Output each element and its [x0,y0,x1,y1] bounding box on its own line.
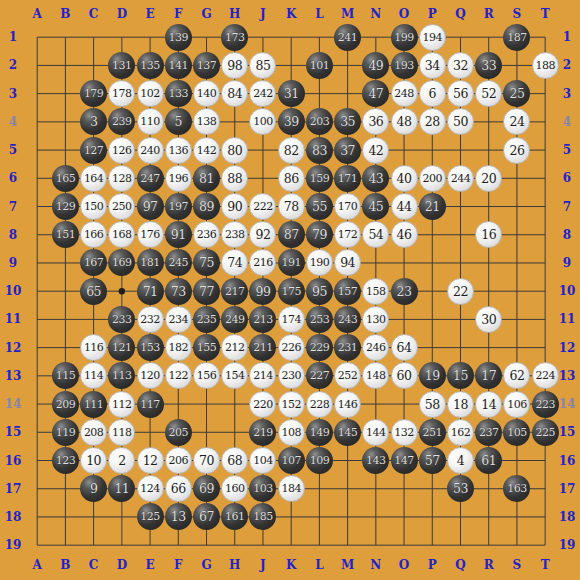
move-number: 253 [310,313,330,326]
stone-F12[interactable]: 182 [165,334,192,361]
move-number: 138 [197,115,217,128]
move-number: 34 [425,58,440,73]
move-number: 230 [281,369,301,382]
col-label-top-K: K [286,8,296,20]
stone-O2[interactable]: 193 [391,52,418,79]
move-number: 225 [535,426,555,439]
stone-F15[interactable]: 205 [165,419,192,446]
col-label-top-D: D [117,8,127,20]
move-number: 191 [281,256,301,269]
stone-K14[interactable]: 152 [278,391,305,418]
stone-E9[interactable]: 181 [137,249,164,276]
stone-G2[interactable]: 137 [193,52,220,79]
stone-K10[interactable]: 175 [278,278,305,305]
stone-L10[interactable]: 95 [306,278,333,305]
stone-T15[interactable]: 225 [532,419,559,446]
move-number: 127 [84,144,104,157]
move-number: 213 [253,313,273,326]
move-number: 153 [140,341,160,354]
move-number: 104 [253,454,273,467]
stone-K16[interactable]: 107 [278,447,305,474]
stone-P4[interactable]: 28 [419,108,446,135]
stone-E13[interactable]: 120 [137,362,164,389]
row-label-right-3: 3 [563,88,571,100]
stone-R6[interactable]: 20 [475,165,502,192]
move-number: 106 [507,398,527,411]
stone-B15[interactable]: 119 [52,419,79,446]
stone-E4[interactable]: 110 [137,108,164,135]
stone-M6[interactable]: 171 [334,165,361,192]
move-number: 83 [312,143,327,158]
stone-E3[interactable]: 102 [137,80,164,107]
move-number: 164 [84,172,104,185]
move-number: 159 [310,172,330,185]
stone-F11[interactable]: 234 [165,306,192,333]
move-number: 31 [284,86,299,101]
stone-B14[interactable]: 209 [52,391,79,418]
move-number: 242 [253,87,273,100]
stone-J14[interactable]: 220 [249,391,276,418]
stone-F2[interactable]: 141 [165,52,192,79]
stone-O12[interactable]: 64 [391,334,418,361]
move-number: 181 [140,256,160,269]
move-number: 170 [338,200,358,213]
move-number: 40 [397,171,412,186]
move-number: 65 [86,284,101,299]
stone-P16[interactable]: 57 [419,447,446,474]
move-number: 141 [169,59,189,72]
stone-S5[interactable]: 26 [503,137,530,164]
row-label-right-15: 15 [559,426,576,438]
move-number: 16 [481,227,496,242]
stone-Q15[interactable]: 162 [447,419,474,446]
stone-K15[interactable]: 108 [278,419,305,446]
stone-G5[interactable]: 142 [193,137,220,164]
move-number: 209 [56,398,76,411]
move-number: 142 [197,144,217,157]
stone-D6[interactable]: 128 [108,165,135,192]
col-label-bottom-G: G [201,559,211,571]
stone-K6[interactable]: 86 [278,165,305,192]
stone-C7[interactable]: 150 [80,193,107,220]
stone-C6[interactable]: 164 [80,165,107,192]
row-label-left-6: 6 [9,172,17,184]
stone-M14[interactable]: 146 [334,391,361,418]
stone-K3[interactable]: 31 [278,80,305,107]
move-number: 146 [338,398,358,411]
move-number: 219 [253,426,273,439]
stone-C5[interactable]: 127 [80,137,107,164]
stone-R2[interactable]: 33 [475,52,502,79]
stone-F17[interactable]: 66 [165,475,192,502]
move-number: 12 [143,453,158,468]
stone-N10[interactable]: 158 [362,278,389,305]
move-number: 110 [140,115,160,128]
stone-N6[interactable]: 43 [362,165,389,192]
stone-K17[interactable]: 184 [278,475,305,502]
row-label-left-5: 5 [9,144,17,156]
stone-F4[interactable]: 5 [165,108,192,135]
stone-H11[interactable]: 249 [221,306,248,333]
move-number: 53 [453,481,468,496]
move-number: 36 [368,114,383,129]
row-label-right-1: 1 [563,31,571,43]
stone-Q10[interactable]: 22 [447,278,474,305]
stone-F16[interactable]: 206 [165,447,192,474]
stone-J10[interactable]: 99 [249,278,276,305]
stone-D14[interactable]: 112 [108,391,135,418]
move-number: 233 [112,313,132,326]
move-number: 68 [227,453,242,468]
stone-E11[interactable]: 232 [137,306,164,333]
stone-K13[interactable]: 230 [278,362,305,389]
move-number: 227 [310,369,330,382]
stone-P13[interactable]: 19 [419,362,446,389]
stone-L14[interactable]: 228 [306,391,333,418]
stone-K8[interactable]: 87 [278,221,305,248]
stone-F5[interactable]: 136 [165,137,192,164]
move-number: 182 [169,341,189,354]
move-number: 14 [481,397,496,412]
stone-R15[interactable]: 237 [475,419,502,446]
move-number: 67 [199,509,214,524]
stone-C14[interactable]: 111 [80,391,107,418]
stone-Q3[interactable]: 56 [447,80,474,107]
row-label-right-11: 11 [559,313,576,325]
stone-O7[interactable]: 44 [391,193,418,220]
move-number: 172 [338,228,358,241]
move-number: 52 [481,86,496,101]
col-label-bottom-P: P [428,559,437,571]
stone-E17[interactable]: 124 [137,475,164,502]
move-number: 114 [84,369,104,382]
stone-E14[interactable]: 117 [137,391,164,418]
move-number: 111 [84,398,104,411]
move-number: 223 [535,398,555,411]
stone-M1[interactable]: 241 [334,24,361,51]
row-label-left-14: 14 [5,398,22,410]
move-number: 246 [366,341,386,354]
stone-E2[interactable]: 135 [137,52,164,79]
move-number: 133 [169,87,189,100]
col-label-bottom-T: T [541,559,550,571]
row-label-right-13: 13 [559,370,576,382]
move-number: 152 [281,398,301,411]
stone-E7[interactable]: 97 [137,193,164,220]
stone-Q16[interactable]: 4 [447,447,474,474]
stone-H5[interactable]: 80 [221,137,248,164]
move-number: 196 [169,172,189,185]
stone-S1[interactable]: 187 [503,24,530,51]
move-number: 109 [310,454,330,467]
stone-L11[interactable]: 253 [306,306,333,333]
row-label-right-12: 12 [559,342,576,354]
row-label-right-18: 18 [559,511,576,523]
stone-P14[interactable]: 58 [419,391,446,418]
stone-Q6[interactable]: 244 [447,165,474,192]
stone-E16[interactable]: 12 [137,447,164,474]
move-number: 217 [225,285,245,298]
move-number: 236 [197,228,217,241]
col-label-bottom-Q: Q [455,559,465,571]
stone-F13[interactable]: 122 [165,362,192,389]
stone-T13[interactable]: 224 [532,362,559,389]
stone-E10[interactable]: 71 [137,278,164,305]
move-number: 98 [227,58,242,73]
move-number: 26 [509,143,524,158]
row-label-left-3: 3 [9,88,17,100]
stone-B6[interactable]: 165 [52,165,79,192]
stone-G10[interactable]: 77 [193,278,220,305]
stone-E6[interactable]: 247 [137,165,164,192]
stone-C15[interactable]: 208 [80,419,107,446]
stone-M15[interactable]: 145 [334,419,361,446]
move-number: 166 [84,228,104,241]
stone-B8[interactable]: 151 [52,221,79,248]
move-number: 151 [56,228,76,241]
stone-P2[interactable]: 34 [419,52,446,79]
col-label-top-B: B [60,8,70,20]
stone-F3[interactable]: 133 [165,80,192,107]
stone-M7[interactable]: 170 [334,193,361,220]
move-number: 211 [253,341,273,354]
move-number: 19 [425,368,440,383]
stone-T14[interactable]: 223 [532,391,559,418]
row-label-left-13: 13 [5,370,22,382]
col-label-bottom-H: H [229,559,240,571]
stone-H10[interactable]: 217 [221,278,248,305]
move-number: 247 [140,172,160,185]
move-number: 123 [56,454,76,467]
stone-P7[interactable]: 21 [419,193,446,220]
stone-O13[interactable]: 60 [391,362,418,389]
stone-L6[interactable]: 159 [306,165,333,192]
go-board[interactable]: AABBCCDDEEFFGGHHJJKKLLMMNNOOPPQQRRSSTT11… [0,0,580,580]
move-number: 85 [256,58,271,73]
move-number: 39 [284,114,299,129]
move-number: 248 [394,87,414,100]
stone-K9[interactable]: 191 [278,249,305,276]
move-number: 108 [281,426,301,439]
stone-E5[interactable]: 240 [137,137,164,164]
move-number: 75 [199,255,214,270]
move-number: 42 [368,143,383,158]
row-label-right-4: 4 [563,116,571,128]
move-number: 150 [84,200,104,213]
move-number: 37 [340,143,355,158]
stone-O8[interactable]: 46 [391,221,418,248]
stone-L15[interactable]: 149 [306,419,333,446]
move-number: 94 [340,255,355,270]
stone-K7[interactable]: 78 [278,193,305,220]
stone-H2[interactable]: 98 [221,52,248,79]
move-number: 73 [171,284,186,299]
stone-S14[interactable]: 106 [503,391,530,418]
stone-K12[interactable]: 226 [278,334,305,361]
move-number: 130 [366,313,386,326]
stone-G16[interactable]: 70 [193,447,220,474]
move-number: 205 [169,426,189,439]
col-label-top-A: A [33,8,42,20]
row-label-left-19: 19 [5,539,22,551]
stone-E8[interactable]: 176 [137,221,164,248]
stone-L7[interactable]: 55 [306,193,333,220]
move-number: 190 [310,256,330,269]
stone-P6[interactable]: 200 [419,165,446,192]
stone-G7[interactable]: 89 [193,193,220,220]
stone-G12[interactable]: 155 [193,334,220,361]
move-number: 179 [84,87,104,100]
stone-O16[interactable]: 147 [391,447,418,474]
move-number: 199 [394,31,414,44]
move-number: 197 [169,200,189,213]
col-label-bottom-N: N [370,559,381,571]
move-number: 80 [227,143,242,158]
stone-L5[interactable]: 83 [306,137,333,164]
move-number: 9 [90,481,97,496]
move-number: 245 [169,256,189,269]
stone-R11[interactable]: 30 [475,306,502,333]
move-number: 206 [169,454,189,467]
stone-D5[interactable]: 126 [108,137,135,164]
row-label-left-8: 8 [9,229,17,241]
stone-H1[interactable]: 173 [221,24,248,51]
stone-T2[interactable]: 188 [532,52,559,79]
stone-M10[interactable]: 157 [334,278,361,305]
move-number: 160 [225,482,245,495]
stone-R14[interactable]: 14 [475,391,502,418]
move-number: 162 [451,426,471,439]
move-number: 185 [253,510,273,523]
stone-F10[interactable]: 73 [165,278,192,305]
stone-F7[interactable]: 197 [165,193,192,220]
stone-B7[interactable]: 129 [52,193,79,220]
stone-M5[interactable]: 37 [334,137,361,164]
stone-G6[interactable]: 81 [193,165,220,192]
move-number: 13 [171,509,186,524]
move-number: 77 [199,284,214,299]
move-number: 125 [140,510,160,523]
stone-L12[interactable]: 229 [306,334,333,361]
stone-O15[interactable]: 132 [391,419,418,446]
move-number: 118 [112,426,132,439]
move-number: 17 [481,368,496,383]
stone-G3[interactable]: 140 [193,80,220,107]
stone-N5[interactable]: 42 [362,137,389,164]
stone-M11[interactable]: 243 [334,306,361,333]
move-number: 79 [312,227,327,242]
move-number: 60 [397,368,412,383]
stone-E18[interactable]: 125 [137,503,164,530]
move-number: 4 [457,453,464,468]
stone-C10[interactable]: 65 [80,278,107,305]
move-number: 244 [451,172,471,185]
col-label-bottom-E: E [146,559,155,571]
move-number: 155 [197,341,217,354]
col-label-bottom-F: F [174,559,183,571]
move-number: 188 [535,59,555,72]
move-number: 61 [481,453,496,468]
stone-O4[interactable]: 48 [391,108,418,135]
row-label-left-1: 1 [9,31,17,43]
move-number: 167 [84,256,104,269]
stone-H6[interactable]: 88 [221,165,248,192]
stone-F1[interactable]: 139 [165,24,192,51]
stone-P3[interactable]: 6 [419,80,446,107]
move-number: 69 [199,481,214,496]
move-number: 243 [338,313,358,326]
move-number: 161 [225,510,245,523]
stone-E12[interactable]: 153 [137,334,164,361]
stone-C16[interactable]: 10 [80,447,107,474]
stone-S15[interactable]: 105 [503,419,530,446]
row-label-right-6: 6 [563,172,571,184]
stone-D15[interactable]: 118 [108,419,135,446]
stone-O3[interactable]: 248 [391,80,418,107]
stone-P15[interactable]: 251 [419,419,446,446]
stone-Q14[interactable]: 18 [447,391,474,418]
stone-K11[interactable]: 174 [278,306,305,333]
move-number: 208 [84,426,104,439]
move-number: 171 [338,172,358,185]
row-label-left-12: 12 [5,342,22,354]
stone-F8[interactable]: 91 [165,221,192,248]
move-number: 135 [140,59,160,72]
move-number: 50 [453,114,468,129]
move-number: 62 [509,368,524,383]
stone-O6[interactable]: 40 [391,165,418,192]
stone-O1[interactable]: 199 [391,24,418,51]
move-number: 116 [84,341,104,354]
stone-L2[interactable]: 101 [306,52,333,79]
move-number: 18 [453,397,468,412]
move-number: 148 [366,369,386,382]
hoshi-D10 [119,288,125,294]
stone-K5[interactable]: 82 [278,137,305,164]
stone-N15[interactable]: 144 [362,419,389,446]
stone-Q2[interactable]: 32 [447,52,474,79]
stone-P1[interactable]: 194 [419,24,446,51]
move-number: 165 [56,172,76,185]
stone-K4[interactable]: 39 [278,108,305,135]
move-number: 251 [423,426,443,439]
row-label-left-17: 17 [5,483,22,495]
stone-G11[interactable]: 235 [193,306,220,333]
move-number: 115 [56,369,76,382]
move-number: 143 [366,454,386,467]
move-number: 45 [368,199,383,214]
stone-B16[interactable]: 123 [52,447,79,474]
stone-L8[interactable]: 79 [306,221,333,248]
col-label-bottom-B: B [60,559,70,571]
move-number: 174 [281,313,301,326]
row-label-left-2: 2 [9,59,17,71]
move-number: 71 [143,284,158,299]
row-label-left-15: 15 [5,426,22,438]
stone-F6[interactable]: 196 [165,165,192,192]
move-number: 78 [284,199,299,214]
stone-O10[interactable]: 23 [391,278,418,305]
move-number: 232 [140,313,160,326]
move-number: 33 [481,58,496,73]
move-number: 149 [310,426,330,439]
move-number: 212 [225,341,245,354]
move-number: 102 [140,87,160,100]
move-number: 184 [281,482,301,495]
move-number: 44 [397,199,412,214]
move-number: 10 [86,453,101,468]
stone-L16[interactable]: 109 [306,447,333,474]
